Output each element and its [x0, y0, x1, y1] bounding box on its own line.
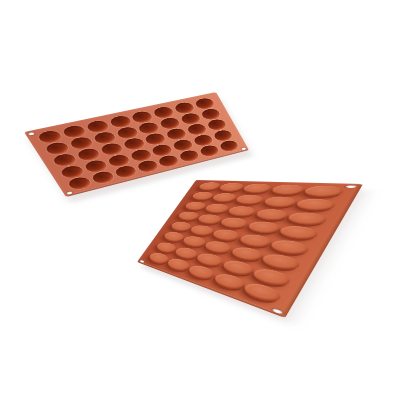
mold-cell — [260, 197, 297, 210]
hanging-hole — [28, 132, 35, 136]
mold-cell — [292, 200, 335, 214]
cell-grid — [144, 182, 346, 309]
mold-cell — [268, 186, 305, 198]
product-photo-stage — [0, 0, 400, 400]
mold-cell — [300, 187, 344, 200]
